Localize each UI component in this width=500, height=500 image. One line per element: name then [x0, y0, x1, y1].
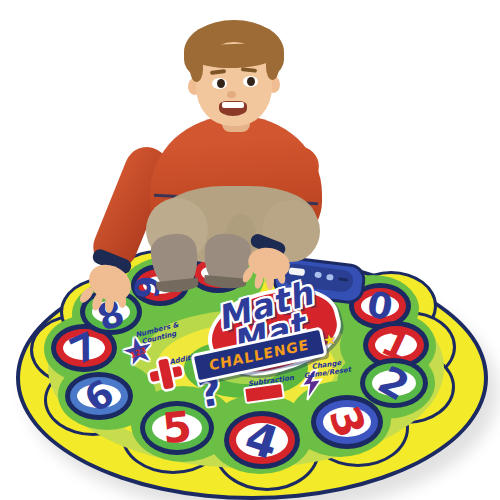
math-mat: 0 1 2 3 4 5 — [0, 0, 500, 500]
product-photo: 0 1 2 3 4 5 — [0, 0, 500, 500]
mat-logo: Math Mat CHALLENGE ★ — [0, 0, 500, 500]
